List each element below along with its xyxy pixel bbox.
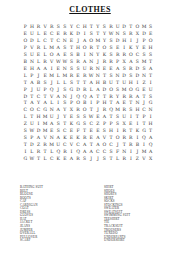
grid-cell-r9c12: H: [95, 80, 102, 87]
grid-cell-r20c12: J: [95, 156, 102, 163]
grid-cell-r19c7: R: [62, 149, 69, 156]
grid-cell-r4c3: R: [35, 45, 42, 52]
grid-cell-r4c17: K: [128, 45, 135, 52]
grid-cell-r15c17: E: [128, 121, 135, 128]
grid-cell-r18c9: C: [75, 142, 82, 149]
grid-cell-r20c3: T: [35, 156, 42, 163]
grid-cell-r9c3: B: [35, 80, 42, 87]
grid-cell-r14c20: I: [147, 114, 154, 121]
grid-cell-r7c7: N: [62, 66, 69, 73]
grid-cell-r13c18: H: [134, 107, 141, 114]
grid-cell-r1c1: P: [22, 24, 29, 31]
grid-cell-r10c13: D: [101, 86, 108, 93]
grid-cell-r15c16: X: [121, 121, 128, 128]
grid-cell-r11c19: T: [141, 93, 148, 100]
grid-cell-r13c3: C: [35, 107, 42, 114]
grid-cell-r5c8: S: [68, 52, 75, 59]
grid-cell-r5c18: C: [134, 52, 141, 59]
grid-cell-r5c7: E: [62, 52, 69, 59]
grid-cell-r20c14: T: [108, 156, 115, 163]
grid-cell-r20c13: S: [101, 156, 108, 163]
word-list-item: SCARF: [20, 239, 43, 243]
grid-cell-r6c8: S: [68, 59, 75, 66]
grid-cell-r19c14: S: [108, 149, 115, 156]
grid-cell-r12c17: T: [128, 100, 135, 107]
grid-cell-r4c9: H: [75, 45, 82, 52]
grid-cell-r20c17: I: [128, 156, 135, 163]
grid-cell-r4c10: O: [81, 45, 88, 52]
grid-cell-r16c3: D: [35, 128, 42, 135]
grid-cell-r1c4: V: [42, 24, 49, 31]
grid-cell-r7c3: A: [35, 66, 42, 73]
grid-cell-r4c1: P: [22, 45, 29, 52]
grid-cell-r15c7: T: [62, 121, 69, 128]
grid-cell-r13c15: M: [114, 107, 121, 114]
grid-cell-r7c8: S: [68, 66, 75, 73]
grid-cell-r16c2: W: [29, 128, 36, 135]
grid-cell-r4c12: T: [95, 45, 102, 52]
grid-cell-r6c1: B: [22, 59, 29, 66]
grid-cell-r11c15: Y: [114, 93, 121, 100]
grid-cell-r6c2: N: [29, 59, 36, 66]
grid-cell-r15c10: S: [81, 121, 88, 128]
grid-cell-r12c14: T: [108, 100, 115, 107]
grid-cell-r19c11: A: [88, 149, 95, 156]
grid-cell-r9c15: T: [114, 80, 121, 87]
grid-cell-r10c8: G: [68, 86, 75, 93]
grid-cell-r10c4: P: [42, 86, 49, 93]
grid-cell-r15c8: K: [68, 121, 75, 128]
grid-cell-r5c3: E: [35, 52, 42, 59]
grid-cell-r10c3: U: [35, 86, 42, 93]
grid-cell-r6c17: A: [128, 59, 135, 66]
grid-cell-r14c13: A: [101, 114, 108, 121]
grid-cell-r20c15: L: [114, 156, 121, 163]
grid-cell-r9c18: I: [134, 80, 141, 87]
grid-cell-r2c16: S: [121, 31, 128, 38]
grid-cell-r11c9: Q: [75, 93, 82, 100]
grid-cell-r2c5: C: [48, 31, 55, 38]
grid-cell-r13c13: R: [101, 107, 108, 114]
grid-cell-r11c7: N: [62, 93, 69, 100]
grid-cell-r1c17: T: [128, 24, 135, 31]
grid-cell-r1c8: Y: [68, 24, 75, 31]
grid-cell-r18c19: I: [141, 142, 148, 149]
grid-cell-r14c2: T: [29, 114, 36, 121]
grid-cell-r3c18: J: [134, 38, 141, 45]
word-list-left: BATHING SUITBELTBLOUSEBOOTSCAPCARDIGANCO…: [20, 186, 43, 243]
grid-cell-r14c3: H: [35, 114, 42, 121]
grid-cell-r7c20: A: [147, 66, 154, 73]
grid-cell-r9c5: J: [48, 80, 55, 87]
grid-cell-r16c17: T: [128, 128, 135, 135]
grid-cell-r3c6: C: [55, 38, 62, 45]
grid-cell-r16c18: K: [134, 128, 141, 135]
grid-cell-r18c16: T: [121, 142, 128, 149]
grid-cell-r17c4: V: [42, 135, 49, 142]
grid-cell-r16c7: C: [62, 128, 69, 135]
grid-cell-r13c12: J: [95, 107, 102, 114]
grid-cell-r3c10: A: [81, 38, 88, 45]
grid-cell-r4c4: L: [42, 45, 49, 52]
grid-cell-r6c15: P: [114, 59, 121, 66]
grid-cell-r16c4: M: [42, 128, 49, 135]
grid-cell-r12c1: T: [22, 100, 29, 107]
grid-cell-r6c19: M: [141, 59, 148, 66]
grid-cell-r2c8: K: [68, 31, 75, 38]
grid-cell-r11c20: S: [147, 93, 154, 100]
grid-cell-r17c1: S: [22, 135, 29, 142]
grid-cell-r17c19: Q: [141, 135, 148, 142]
grid-cell-r11c2: T: [29, 93, 36, 100]
grid-cell-r18c3: Z: [35, 142, 42, 149]
grid-cell-r1c11: T: [88, 24, 95, 31]
grid-cell-r4c18: Y: [134, 45, 141, 52]
grid-cell-r2c6: E: [55, 31, 62, 38]
grid-cell-r12c18: N: [134, 100, 141, 107]
grid-cell-r13c16: R: [121, 107, 128, 114]
grid-cell-r7c6: E: [55, 66, 62, 73]
grid-cell-r19c10: A: [81, 149, 88, 156]
grid-cell-r7c16: S: [121, 66, 128, 73]
grid-cell-r16c6: S: [55, 128, 62, 135]
grid-cell-r16c14: H: [108, 128, 115, 135]
grid-cell-r13c19: C: [141, 107, 148, 114]
grid-cell-r1c3: R: [35, 24, 42, 31]
grid-cell-r5c6: A: [55, 52, 62, 59]
grid-cell-r12c9: O: [75, 100, 82, 107]
grid-cell-r16c10: T: [81, 128, 88, 135]
grid-cell-r6c6: W: [55, 59, 62, 66]
grid-cell-r17c12: A: [95, 135, 102, 142]
grid-cell-r11c8: J: [68, 93, 75, 100]
grid-cell-r3c15: D: [114, 38, 121, 45]
grid-cell-r11c4: T: [42, 93, 49, 100]
grid-cell-r10c10: R: [81, 86, 88, 93]
grid-cell-r1c19: M: [141, 24, 148, 31]
grid-cell-r15c14: P: [108, 121, 115, 128]
grid-cell-r8c15: N: [114, 73, 121, 80]
grid-cell-r10c6: J: [55, 86, 62, 93]
grid-cell-r3c14: S: [108, 38, 115, 45]
grid-cell-r5c11: N: [88, 52, 95, 59]
grid-cell-r14c8: E: [68, 114, 75, 121]
grid-cell-r15c1: Z: [22, 121, 29, 128]
grid-cell-r17c5: N: [48, 135, 55, 142]
grid-cell-r18c8: V: [68, 142, 75, 149]
grid-cell-r1c18: O: [134, 24, 141, 31]
grid-cell-r9c2: A: [29, 80, 36, 87]
grid-cell-r9c16: U: [121, 80, 128, 87]
grid-cell-r17c20: A: [147, 135, 154, 142]
grid-cell-r17c2: P: [29, 135, 36, 142]
grid-cell-r3c19: P: [141, 38, 148, 45]
grid-cell-r7c2: H: [29, 66, 36, 73]
grid-cell-r9c9: T: [75, 80, 82, 87]
grid-cell-r2c10: I: [81, 31, 88, 38]
grid-cell-r11c16: R: [121, 93, 128, 100]
grid-cell-r3c8: E: [68, 38, 75, 45]
grid-cell-r7c5: I: [48, 66, 55, 73]
grid-cell-r9c1: T: [22, 80, 29, 87]
grid-cell-r3c4: C: [42, 38, 49, 45]
grid-cell-r8c16: D: [121, 73, 128, 80]
grid-cell-r18c11: T: [88, 142, 95, 149]
grid-cell-r5c13: K: [101, 52, 108, 59]
grid-cell-r11c3: C: [35, 93, 42, 100]
grid-cell-r6c7: W: [62, 59, 69, 66]
grid-cell-r3c11: O: [88, 38, 95, 45]
grid-cell-r19c8: I: [68, 149, 75, 156]
grid-cell-r18c10: A: [81, 142, 88, 149]
grid-cell-r18c20: Q: [147, 142, 154, 149]
grid-cell-r10c2: J: [29, 86, 36, 93]
puzzle-title: CLOTHES: [0, 5, 180, 14]
grid-cell-r8c7: M: [62, 73, 69, 80]
grid-cell-r2c4: E: [42, 31, 49, 38]
grid-cell-r16c1: S: [22, 128, 29, 135]
grid-cell-r13c14: Q: [108, 107, 115, 114]
grid-cell-r13c11: T: [88, 107, 95, 114]
grid-cell-r14c12: E: [95, 114, 102, 121]
grid-cell-r18c13: O: [101, 142, 108, 149]
grid-cell-r8c9: E: [75, 73, 82, 80]
grid-cell-r1c2: H: [29, 24, 36, 31]
grid-cell-r9c10: T: [81, 80, 88, 87]
grid-cell-r3c16: H: [121, 38, 128, 45]
grid-cell-r1c6: S: [55, 24, 62, 31]
grid-cell-r20c1: G: [22, 156, 29, 163]
grid-cell-r13c17: S: [128, 107, 135, 114]
grid-cell-r12c15: A: [114, 100, 121, 107]
grid-cell-r10c11: L: [88, 86, 95, 93]
grid-cell-r13c2: O: [29, 107, 36, 114]
grid-cell-r18c7: C: [62, 142, 69, 149]
grid-cell-r9c6: L: [55, 80, 62, 87]
grid-cell-r10c7: S: [62, 86, 69, 93]
grid-cell-r11c13: T: [101, 93, 108, 100]
grid-cell-r8c1: L: [22, 73, 29, 80]
grid-cell-r15c9: G: [75, 121, 82, 128]
grid-cell-r10c15: S: [114, 86, 121, 93]
grid-cell-r18c15: J: [114, 142, 121, 149]
grid-cell-r12c8: P: [68, 100, 75, 107]
grid-cell-r2c9: D: [75, 31, 82, 38]
grid-cell-r2c19: D: [141, 31, 148, 38]
grid-cell-r16c13: S: [101, 128, 108, 135]
grid-cell-r4c5: M: [48, 45, 55, 52]
grid-cell-r7c17: R: [128, 66, 135, 73]
grid-cell-r20c2: W: [29, 156, 36, 163]
grid-cell-r17c7: K: [62, 135, 69, 142]
grid-cell-r10c12: A: [95, 86, 102, 93]
grid-cell-r16c11: E: [88, 128, 95, 135]
grid-cell-r9c4: S: [42, 80, 49, 87]
grid-cell-r8c8: R: [68, 73, 75, 80]
grid-cell-r8c14: S: [108, 73, 115, 80]
grid-cell-r1c13: S: [101, 24, 108, 31]
grid-cell-r15c20: H: [147, 121, 154, 128]
grid-cell-r6c14: R: [108, 59, 115, 66]
grid-cell-r6c4: R: [42, 59, 49, 66]
grid-cell-r15c12: Z: [95, 121, 102, 128]
grid-cell-r19c13: C: [101, 149, 108, 156]
grid-cell-r1c16: D: [121, 24, 128, 31]
grid-cell-r17c9: K: [75, 135, 82, 142]
grid-cell-r10c19: E: [141, 86, 148, 93]
grid-cell-r5c1: S: [22, 52, 29, 59]
grid-cell-r16c15: I: [114, 128, 121, 135]
grid-cell-r14c15: S: [114, 114, 121, 121]
grid-cell-r13c10: O: [81, 107, 88, 114]
grid-cell-r3c3: L: [35, 38, 42, 45]
grid-cell-r17c15: O: [114, 135, 121, 142]
grid-cell-r15c15: S: [114, 121, 121, 128]
grid-cell-r1c10: H: [81, 24, 88, 31]
grid-cell-r8c18: D: [134, 73, 141, 80]
grid-cell-r1c7: S: [62, 24, 69, 31]
grid-cell-r8c11: W: [88, 73, 95, 80]
grid-cell-r20c4: L: [42, 156, 49, 163]
grid-cell-r6c10: A: [81, 59, 88, 66]
grid-cell-r10c1: P: [22, 86, 29, 93]
grid-cell-r19c17: I: [128, 149, 135, 156]
grid-cell-r2c3: L: [35, 31, 42, 38]
grid-cell-r20c19: V: [141, 156, 148, 163]
grid-cell-r18c4: R: [42, 142, 49, 149]
grid-cell-r13c9: R: [75, 107, 82, 114]
grid-cell-r2c12: T: [95, 31, 102, 38]
grid-cell-r20c6: K: [55, 156, 62, 163]
grid-cell-r2c17: R: [128, 31, 135, 38]
grid-cell-r20c5: C: [48, 156, 55, 163]
grid-cell-r20c10: S: [81, 156, 88, 163]
grid-cell-r2c1: E: [22, 31, 29, 38]
grid-cell-r4c20: H: [147, 45, 154, 52]
grid-cell-r13c20: N: [147, 107, 154, 114]
grid-cell-r12c11: I: [88, 100, 95, 107]
grid-cell-r13c1: C: [22, 107, 29, 114]
grid-cell-r13c7: Y: [62, 107, 69, 114]
grid-cell-r19c15: F: [114, 149, 121, 156]
grid-cell-r20c8: A: [68, 156, 75, 163]
grid-cell-r19c16: N: [121, 149, 128, 156]
grid-cell-r3c20: O: [147, 38, 154, 45]
grid-cell-r15c13: P: [101, 121, 108, 128]
grid-cell-r1c9: C: [75, 24, 82, 31]
grid-cell-r2c20: E: [147, 31, 154, 38]
grid-cell-r14c18: T: [134, 114, 141, 121]
word-list-item: UNDERSHIRT: [104, 239, 130, 243]
grid-cell-r3c9: J: [75, 38, 82, 45]
grid-cell-r5c12: Y: [95, 52, 102, 59]
grid-cell-r17c11: E: [88, 135, 95, 142]
grid-cell-r5c5: O: [48, 52, 55, 59]
grid-cell-r8c17: S: [128, 73, 135, 80]
grid-cell-r12c5: L: [48, 100, 55, 107]
grid-cell-r18c18: B: [134, 142, 141, 149]
grid-cell-r12c2: A: [29, 100, 36, 107]
grid-cell-r3c5: T: [48, 38, 55, 45]
grid-cell-r16c16: R: [121, 128, 128, 135]
grid-cell-r15c3: I: [35, 121, 42, 128]
grid-cell-r8c19: N: [141, 73, 148, 80]
grid-cell-r12c16: E: [121, 100, 128, 107]
grid-cell-r18c17: R: [128, 142, 135, 149]
grid-cell-r19c9: Q: [75, 149, 82, 156]
grid-cell-r19c3: R: [35, 149, 42, 156]
grid-cell-r18c12: A: [95, 142, 102, 149]
grid-cell-r19c2: L: [29, 149, 36, 156]
grid-cell-r7c9: S: [75, 66, 82, 73]
grid-cell-r18c5: M: [48, 142, 55, 149]
grid-cell-r10c9: D: [75, 86, 82, 93]
grid-cell-r13c5: N: [48, 107, 55, 114]
grid-cell-r6c20: T: [147, 59, 154, 66]
grid-cell-r16c8: E: [68, 128, 75, 135]
grid-cell-r1c12: Y: [95, 24, 102, 31]
grid-cell-r4c2: V: [29, 45, 36, 52]
grid-cell-r7c10: U: [81, 66, 88, 73]
grid-cell-r12c20: G: [147, 100, 154, 107]
grid-cell-r7c4: A: [42, 66, 49, 73]
grid-cell-r17c10: R: [81, 135, 88, 142]
grid-cell-r11c18: A: [134, 93, 141, 100]
grid-cell-r17c16: R: [121, 135, 128, 142]
grid-cell-r11c11: A: [88, 93, 95, 100]
grid-cell-r16c9: F: [75, 128, 82, 135]
grid-cell-r15c2: U: [29, 121, 36, 128]
grid-cell-r1c5: R: [48, 24, 55, 31]
grid-cell-r7c13: E: [101, 66, 108, 73]
grid-cell-r15c5: A: [48, 121, 55, 128]
grid-cell-r10c16: M: [121, 86, 128, 93]
grid-cell-r15c18: I: [134, 121, 141, 128]
grid-cell-r11c14: R: [108, 93, 115, 100]
grid-cell-r7c15: A: [114, 66, 121, 73]
grid-cell-r8c12: N: [95, 73, 102, 80]
grid-cell-r5c4: L: [42, 52, 49, 59]
grid-cell-r3c13: Y: [101, 38, 108, 45]
grid-cell-r15c4: M: [42, 121, 49, 128]
grid-cell-r7c1: E: [22, 66, 29, 73]
grid-cell-r8c20: T: [147, 73, 154, 80]
word-list-right: SHIRTSHOESSHORTSSKIRTSOCKSSTOCKINGSSWEAT…: [104, 186, 130, 243]
grid-cell-r13c8: X: [68, 107, 75, 114]
grid-cell-r4c6: A: [55, 45, 62, 52]
grid-cell-r12c10: B: [81, 100, 88, 107]
grid-cell-r14c17: I: [128, 114, 135, 121]
grid-cell-r16c5: E: [48, 128, 55, 135]
grid-cell-r5c2: U: [29, 52, 36, 59]
grid-cell-r4c7: S: [62, 45, 69, 52]
grid-cell-r12c3: Y: [35, 100, 42, 107]
grid-cell-r6c11: N: [88, 59, 95, 66]
grid-cell-r13c4: G: [42, 107, 49, 114]
grid-cell-r7c11: R: [88, 66, 95, 73]
grid-cell-r14c16: U: [121, 114, 128, 121]
grid-cell-r13c6: A: [55, 107, 62, 114]
grid-cell-r8c4: E: [42, 73, 49, 80]
grid-cell-r8c10: R: [81, 73, 88, 80]
grid-cell-r2c18: X: [134, 31, 141, 38]
grid-cell-r10c17: O: [128, 86, 135, 93]
grid-cell-r14c10: S: [81, 114, 88, 121]
grid-cell-r9c17: H: [128, 80, 135, 87]
grid-cell-r19c18: J: [134, 149, 141, 156]
grid-cell-r6c3: L: [35, 59, 42, 66]
grid-cell-r20c11: J: [88, 156, 95, 163]
